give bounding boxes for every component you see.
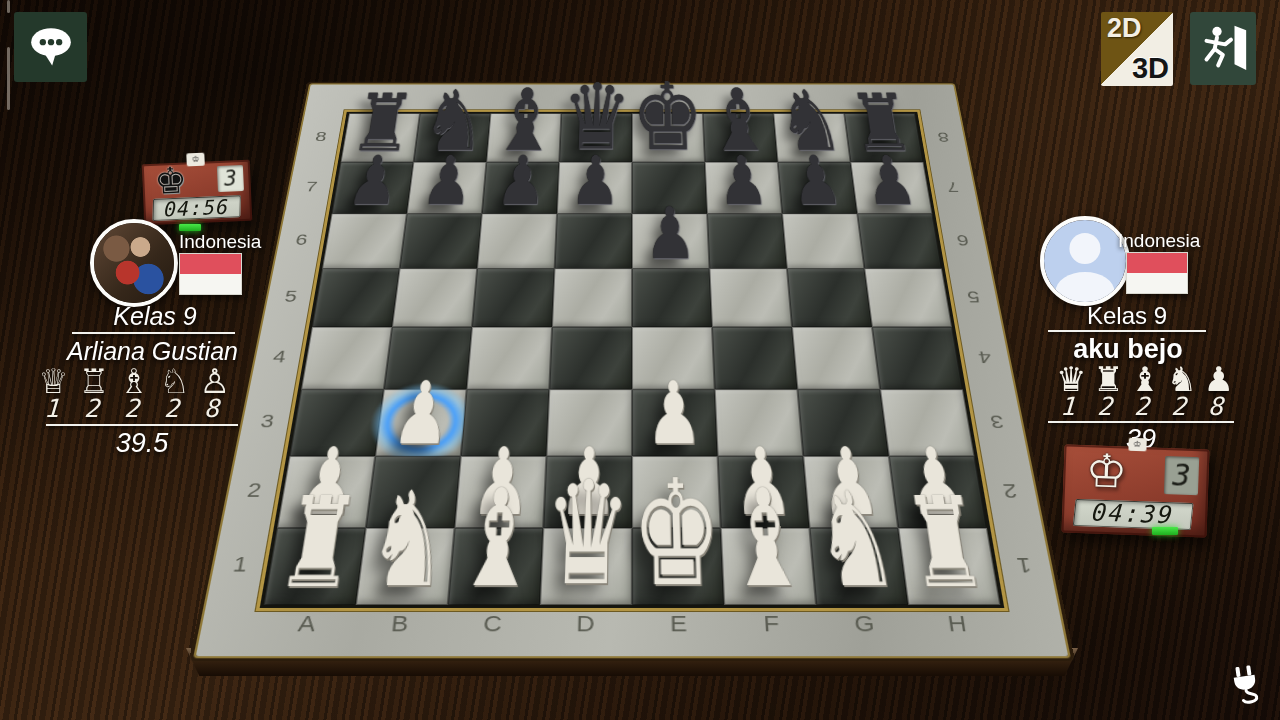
black-material-icons: ♕♖♗♘♙ <box>38 364 230 398</box>
piece-black-p-d7[interactable]: ♟ <box>569 149 620 213</box>
white-move-counter: 3 <box>1164 456 1199 495</box>
square-a6[interactable] <box>322 214 407 269</box>
divider <box>72 332 235 334</box>
file-label-B: B <box>352 611 448 637</box>
square-f5[interactable] <box>709 269 792 327</box>
rank-label-left-8: 8 <box>299 129 343 145</box>
square-g5[interactable] <box>787 269 872 327</box>
square-g6[interactable] <box>782 214 864 269</box>
file-label-A: A <box>258 611 355 637</box>
chess-board: ♜♞♝♛♚♝♞♜♟♟♟♟♟♟♟♟♟♟♟♟♟♟♟♟♜♞♝♛♚♝♞♜ ABCDEFG… <box>196 85 1068 657</box>
square-b7[interactable]: ♟ <box>407 162 487 214</box>
rank-label-left-2: 2 <box>227 479 281 502</box>
piece-black-p-e6[interactable]: ♟ <box>644 200 697 268</box>
black-captured-piece-icon-2: ♗ <box>119 364 149 398</box>
black-material-score: 39.5 <box>46 428 238 459</box>
black-clock: ♔ ♚ 3 04:56 <box>142 160 253 226</box>
piece-black-p-h7[interactable]: ♟ <box>861 149 920 213</box>
white-clock-time: 04:39 <box>1073 499 1194 530</box>
square-d6[interactable] <box>555 214 632 269</box>
black-clock-time: 04:56 <box>152 195 240 221</box>
rank-label-left-5: 5 <box>266 287 315 306</box>
white-player-avatar[interactable] <box>1040 216 1130 306</box>
square-f6[interactable] <box>707 214 787 269</box>
square-g7[interactable]: ♟ <box>778 162 858 214</box>
rank-label-left-1: 1 <box>212 552 269 577</box>
rank-label-right-7: 7 <box>930 179 976 196</box>
square-e6[interactable]: ♟ <box>632 214 709 269</box>
file-label-G: G <box>817 611 913 637</box>
square-e8[interactable]: ♚ <box>632 114 705 163</box>
file-label-F: F <box>724 611 819 637</box>
chat-button[interactable] <box>14 12 87 82</box>
black-captured-piece-icon-3: ♘ <box>159 364 189 398</box>
black-piece-count-2: 2 <box>115 396 154 421</box>
square-f1[interactable]: ♝ <box>721 528 816 605</box>
square-b1[interactable]: ♞ <box>356 528 455 605</box>
piece-white-q-d1[interactable]: ♛ <box>541 467 632 604</box>
piece-white-n-b1[interactable]: ♞ <box>361 479 455 604</box>
divider <box>46 424 238 426</box>
white-captured-piece-icon-3: ♞ <box>1167 362 1197 396</box>
white-captured-piece-icon-2: ♝ <box>1130 362 1160 396</box>
rank-label-right-3: 3 <box>971 411 1023 433</box>
square-c7[interactable]: ♟ <box>482 162 559 214</box>
black-country-label: Indonesia <box>179 231 261 253</box>
black-piece-count-1: 2 <box>75 396 114 421</box>
scroll-indicator <box>7 0 10 13</box>
square-c4[interactable] <box>467 327 552 389</box>
square-b3[interactable]: ♟ <box>375 389 466 456</box>
file-label-H: H <box>909 611 1006 637</box>
black-piece-count-4: 8 <box>195 396 234 421</box>
rank-label-right-6: 6 <box>939 231 986 249</box>
black-captured-piece-icon-1: ♖ <box>78 364 108 398</box>
piece-white-p-e3[interactable]: ♟ <box>645 373 703 456</box>
square-e5[interactable] <box>632 269 712 327</box>
square-d5[interactable] <box>552 269 632 327</box>
white-king-clock-icon: ♔ <box>1085 447 1128 494</box>
file-label-C: C <box>445 611 540 637</box>
white-piece-count-2: 2 <box>1125 394 1164 419</box>
square-h6[interactable] <box>857 214 942 269</box>
piece-white-b-f1[interactable]: ♝ <box>722 476 812 604</box>
white-clock: ♔ ♔ 3 04:39 <box>1062 444 1210 537</box>
white-turn-indicator <box>1152 527 1178 535</box>
label-2d: 2D <box>1107 13 1142 44</box>
board-gold-trim: ♜♞♝♛♚♝♞♜♟♟♟♟♟♟♟♟♟♟♟♟♟♟♟♟♜♞♝♛♚♝♞♜ <box>256 110 1009 611</box>
square-d7[interactable]: ♟ <box>557 162 632 214</box>
label-3d: 3D <box>1132 52 1169 85</box>
black-turn-indicator <box>179 224 201 231</box>
disconnect-plug-icon <box>1221 660 1271 712</box>
exit-game-button[interactable] <box>1190 12 1256 85</box>
divider <box>1048 330 1206 332</box>
square-c5[interactable] <box>472 269 555 327</box>
square-h4[interactable] <box>872 327 963 389</box>
square-d1[interactable]: ♛ <box>540 528 632 605</box>
rank-label-right-4: 4 <box>959 347 1010 367</box>
white-material-icons: ♛♜♝♞♟ <box>1056 362 1234 396</box>
runner-door-icon <box>1196 67 1252 82</box>
piece-white-b-c1[interactable]: ♝ <box>452 476 542 604</box>
square-a7[interactable]: ♟ <box>332 162 414 214</box>
rank-label-right-8: 8 <box>921 129 965 145</box>
square-h5[interactable] <box>864 269 952 327</box>
black-player-avatar[interactable] <box>90 219 178 307</box>
square-c1[interactable]: ♝ <box>448 528 543 605</box>
rank-label-right-1: 1 <box>996 552 1053 577</box>
square-b5[interactable] <box>392 269 477 327</box>
white-captured-piece-icon-4: ♟ <box>1204 362 1234 396</box>
square-a4[interactable] <box>301 327 392 389</box>
white-piece-count-0: 1 <box>1051 394 1090 419</box>
white-piece-count-1: 2 <box>1088 394 1127 419</box>
square-g1[interactable]: ♞ <box>809 528 908 605</box>
board-grid: ♜♞♝♛♚♝♞♜♟♟♟♟♟♟♟♟♟♟♟♟♟♟♟♟♜♞♝♛♚♝♞♜ <box>264 114 1001 605</box>
square-b6[interactable] <box>400 214 482 269</box>
square-f4[interactable] <box>712 327 797 389</box>
white-country-label: Indonesia <box>1118 230 1200 252</box>
square-c6[interactable] <box>477 214 557 269</box>
white-captured-piece-icon-0: ♛ <box>1056 362 1086 396</box>
black-piece-count-0: 1 <box>35 396 74 421</box>
white-piece-count-3: 2 <box>1162 394 1201 419</box>
square-a1[interactable]: ♜ <box>264 528 366 605</box>
clock-chip-icon: ♔ <box>186 153 205 167</box>
black-captured-piece-icon-4: ♙ <box>200 364 230 398</box>
black-king-clock-icon: ♚ <box>154 162 188 199</box>
piece-black-p-g7[interactable]: ♟ <box>788 149 844 213</box>
white-country-flag-indonesia <box>1126 252 1188 294</box>
rank-label-right-2: 2 <box>983 479 1037 502</box>
square-f7[interactable]: ♟ <box>705 162 782 214</box>
black-captured-piece-icon-0: ♕ <box>38 364 68 398</box>
clock-chip-icon: ♔ <box>1128 438 1146 452</box>
piece-black-k-e8[interactable]: ♚ <box>632 73 705 162</box>
black-team-label: Kelas 9 <box>70 302 240 331</box>
rank-label-left-3: 3 <box>241 411 293 433</box>
square-h7[interactable]: ♟ <box>850 162 932 214</box>
black-move-counter: 3 <box>217 165 244 192</box>
black-material-counts: 12228 <box>36 396 232 421</box>
piece-black-p-c7[interactable]: ♟ <box>494 149 548 213</box>
black-piece-count-3: 2 <box>155 396 194 421</box>
white-captured-piece-icon-1: ♜ <box>1093 362 1123 396</box>
piece-black-p-f7[interactable]: ♟ <box>716 149 770 213</box>
piece-black-p-a7[interactable]: ♟ <box>344 149 403 213</box>
scroll-indicator <box>7 47 10 110</box>
chat-bubble-icon <box>23 64 79 79</box>
white-material-counts: 12228 <box>1052 394 1236 419</box>
square-g4[interactable] <box>792 327 880 389</box>
game-screen: 2D 3D ♜♞♝♛♚♝♞♜♟♟♟♟♟♟♟♟♟♟♟♟♟♟♟♟♜♞♝♛♚♝♞♜ A… <box>0 0 1280 720</box>
square-e1[interactable]: ♚ <box>632 528 724 605</box>
divider <box>1048 421 1234 423</box>
rank-label-left-7: 7 <box>288 179 334 196</box>
rank-label-right-5: 5 <box>949 287 998 306</box>
white-team-label: Kelas 9 <box>1043 302 1211 330</box>
piece-white-k-e1[interactable]: ♚ <box>632 464 725 604</box>
square-d4[interactable] <box>549 327 632 389</box>
piece-white-p-b3[interactable]: ♟ <box>389 373 454 456</box>
square-a5[interactable] <box>312 269 400 327</box>
view-2d3d-toggle[interactable]: 2D 3D <box>1101 12 1173 86</box>
file-label-D: D <box>539 611 632 637</box>
white-piece-count-4: 8 <box>1199 394 1238 419</box>
piece-black-p-b7[interactable]: ♟ <box>419 149 475 213</box>
piece-white-n-g1[interactable]: ♞ <box>810 479 904 604</box>
file-label-E: E <box>632 611 725 637</box>
black-avatar-photo <box>94 223 174 303</box>
square-h1[interactable]: ♜ <box>898 528 1000 605</box>
black-country-flag-indonesia <box>179 253 242 295</box>
square-e3[interactable]: ♟ <box>632 389 718 456</box>
white-avatar-placeholder <box>1044 220 1126 302</box>
rank-label-left-6: 6 <box>278 231 325 249</box>
